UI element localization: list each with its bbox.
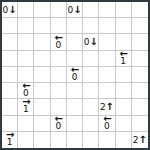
cell-r3c8[interactable]: [116, 34, 132, 50]
cell-r6c7[interactable]: [99, 83, 115, 99]
cell-r5c7[interactable]: [99, 67, 115, 83]
clue-left-1: ←1: [119, 51, 126, 66]
cell-r7c1[interactable]: [2, 99, 18, 115]
cell-r7c9[interactable]: [132, 99, 148, 115]
cell-r8c9[interactable]: [132, 116, 148, 132]
cell-r1c7[interactable]: [99, 2, 115, 18]
cell-r3c7[interactable]: [99, 34, 115, 50]
clue-number: 1: [23, 105, 29, 114]
cell-r4c3[interactable]: [34, 51, 50, 67]
cell-r9c2[interactable]: [18, 132, 34, 148]
cell-r1c2[interactable]: [18, 2, 34, 18]
clue-number: 0: [55, 122, 61, 131]
clue-number: 1: [120, 57, 126, 66]
clue-cell-r7c2: →1: [18, 99, 34, 115]
cell-r4c9[interactable]: [132, 51, 148, 67]
cell-r4c7[interactable]: [99, 51, 115, 67]
cell-r9c5[interactable]: [67, 132, 83, 148]
cell-r3c5[interactable]: [67, 34, 83, 50]
cell-r6c3[interactable]: [34, 83, 50, 99]
clue-cell-r1c1: 0↓: [2, 2, 18, 18]
cell-r8c8[interactable]: [116, 116, 132, 132]
clue-cell-r9c1: →1: [2, 132, 18, 148]
cell-r5c6[interactable]: [83, 67, 99, 83]
clue-cell-r3c4: ←0: [51, 34, 67, 50]
clue-cell-r6c2: ←0: [18, 83, 34, 99]
cell-r1c4[interactable]: [51, 2, 67, 18]
cell-r8c3[interactable]: [34, 116, 50, 132]
cell-r5c1[interactable]: [2, 67, 18, 83]
cell-r8c6[interactable]: [83, 116, 99, 132]
clue-cell-r1c5: 0↓: [67, 2, 83, 18]
cell-r7c5[interactable]: [67, 99, 83, 115]
cell-r6c1[interactable]: [2, 83, 18, 99]
cell-r7c4[interactable]: [51, 99, 67, 115]
yajilin-board: 0↓0↓←00↓←1←0←0→12↑←0←0→12↑: [0, 0, 150, 150]
clue-number: 0: [55, 41, 61, 50]
cell-r7c8[interactable]: [116, 99, 132, 115]
arrow-down-icon: ↓: [8, 5, 16, 15]
clue-left-0: ←0: [22, 83, 29, 98]
cell-r2c6[interactable]: [83, 18, 99, 34]
cell-r6c8[interactable]: [116, 83, 132, 99]
cell-r4c2[interactable]: [18, 51, 34, 67]
cell-r1c6[interactable]: [83, 2, 99, 18]
clue-cell-r8c7: ←0: [99, 116, 115, 132]
clue-left-0: ←0: [55, 116, 62, 131]
cell-r2c4[interactable]: [51, 18, 67, 34]
clue-number: 0: [23, 89, 29, 98]
cell-r6c9[interactable]: [132, 83, 148, 99]
cell-r4c6[interactable]: [83, 51, 99, 67]
cell-r2c1[interactable]: [2, 18, 18, 34]
cell-r8c1[interactable]: [2, 116, 18, 132]
arrow-up-icon: ↑: [106, 102, 114, 112]
cell-r1c9[interactable]: [132, 2, 148, 18]
cell-r6c6[interactable]: [83, 83, 99, 99]
cell-r5c9[interactable]: [132, 67, 148, 83]
clue-cell-r5c5: ←0: [67, 67, 83, 83]
cell-r1c3[interactable]: [34, 2, 50, 18]
arrow-down-icon: ↓: [73, 5, 81, 15]
clue-number: 0: [104, 122, 110, 131]
cell-r8c5[interactable]: [67, 116, 83, 132]
arrow-up-icon: ↑: [139, 135, 147, 145]
clue-cell-r8c4: ←0: [51, 116, 67, 132]
cell-r2c2[interactable]: [18, 18, 34, 34]
cell-r4c1[interactable]: [2, 51, 18, 67]
cell-r3c3[interactable]: [34, 34, 50, 50]
clue-left-0: ←0: [55, 35, 62, 50]
cell-r9c8[interactable]: [116, 132, 132, 148]
clue-cell-r9c9: 2↑: [132, 132, 148, 148]
cell-r6c5[interactable]: [67, 83, 83, 99]
clue-left-0: ←0: [103, 116, 110, 131]
cell-r4c5[interactable]: [67, 51, 83, 67]
clue-cell-r4c8: ←1: [116, 51, 132, 67]
cell-r5c4[interactable]: [51, 67, 67, 83]
cell-r3c1[interactable]: [2, 34, 18, 50]
cell-r7c3[interactable]: [34, 99, 50, 115]
clue-down-0: 0↓: [67, 5, 81, 15]
cell-r9c7[interactable]: [99, 132, 115, 148]
cell-r5c2[interactable]: [18, 67, 34, 83]
clue-right-1: →1: [6, 132, 13, 147]
cell-r5c8[interactable]: [116, 67, 132, 83]
cell-r2c8[interactable]: [116, 18, 132, 34]
cell-r5c3[interactable]: [34, 67, 50, 83]
cell-r7c6[interactable]: [83, 99, 99, 115]
cell-r3c9[interactable]: [132, 34, 148, 50]
cell-r1c8[interactable]: [116, 2, 132, 18]
cell-r6c4[interactable]: [51, 83, 67, 99]
cell-r2c9[interactable]: [132, 18, 148, 34]
cell-r3c2[interactable]: [18, 34, 34, 50]
cell-r2c3[interactable]: [34, 18, 50, 34]
cell-r2c5[interactable]: [67, 18, 83, 34]
clue-right-1: →1: [22, 99, 29, 114]
cell-r9c3[interactable]: [34, 132, 50, 148]
cell-r4c4[interactable]: [51, 51, 67, 67]
cell-r9c4[interactable]: [51, 132, 67, 148]
clue-number: 1: [7, 138, 13, 147]
clue-cell-r3c6: 0↓: [83, 34, 99, 50]
clue-left-0: ←0: [71, 67, 78, 82]
clue-up-2: 2↑: [100, 102, 114, 112]
clue-down-0: 0↓: [3, 5, 17, 15]
clue-cell-r7c7: 2↑: [99, 99, 115, 115]
cell-r9c6[interactable]: [83, 132, 99, 148]
clue-up-2: 2↑: [133, 135, 147, 145]
clue-number: 0: [72, 73, 78, 82]
arrow-down-icon: ↓: [89, 37, 97, 47]
cell-r2c7[interactable]: [99, 18, 115, 34]
clue-down-0: 0↓: [84, 37, 98, 47]
cell-r8c2[interactable]: [18, 116, 34, 132]
